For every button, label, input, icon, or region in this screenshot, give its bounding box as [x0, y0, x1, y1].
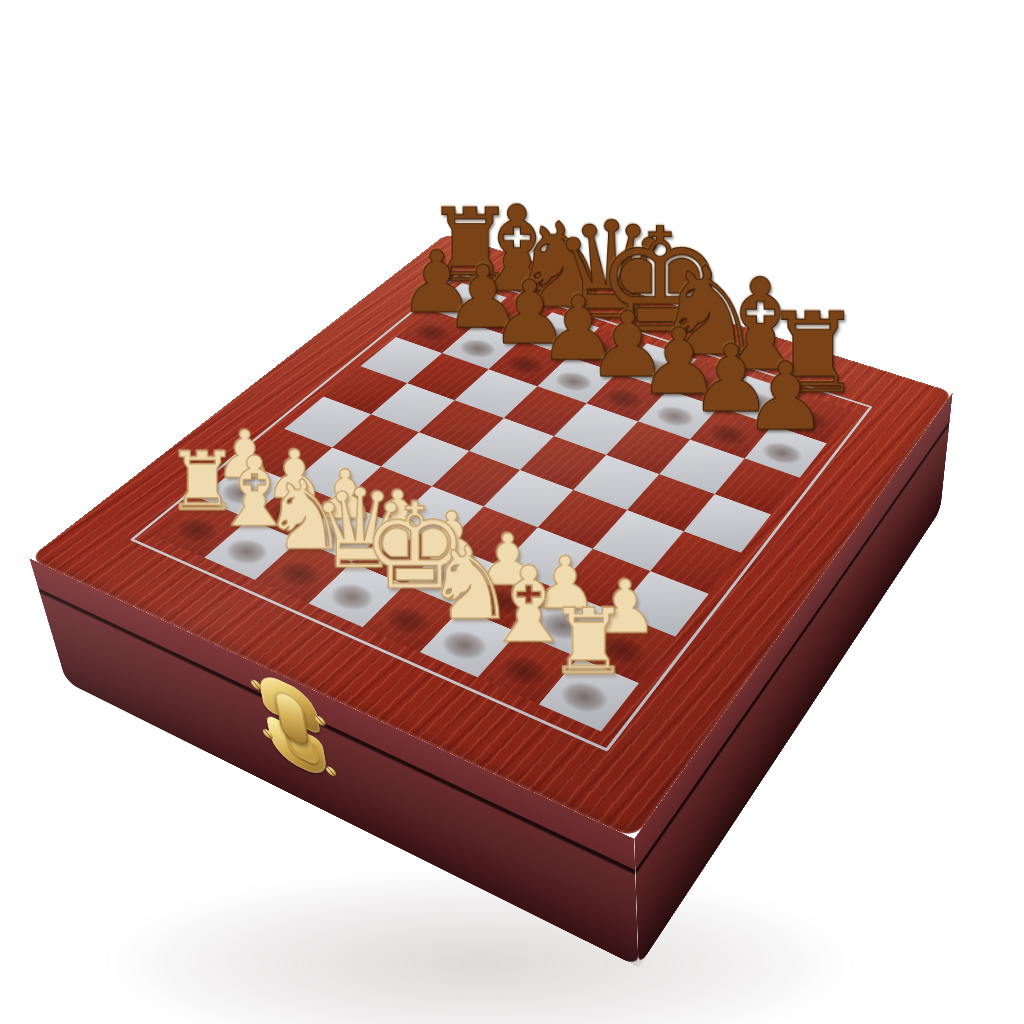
chess-box: ♜♝♞♛♚♞♝♜♟♟♟♟♟♟♟♟♟♟♟♟♟♟♟♟♜♝♞♛♚♞♝♜ — [29, 234, 952, 839]
clasp-screw — [325, 765, 336, 778]
piece-black-pawn: ♟ — [743, 350, 827, 444]
piece-white-rook: ♜ — [548, 596, 629, 687]
perspective-scene: ♜♝♞♛♚♞♝♜♟♟♟♟♟♟♟♟♟♟♟♟♟♟♟♟♜♝♞♛♚♞♝♜ — [0, 0, 1024, 1024]
box-top-face: ♜♝♞♛♚♞♝♜♟♟♟♟♟♟♟♟♟♟♟♟♟♟♟♟♜♝♞♛♚♞♝♜ — [29, 234, 952, 839]
product-scene: ♜♝♞♛♚♞♝♜♟♟♟♟♟♟♟♟♟♟♟♟♟♟♟♟♜♝♞♛♚♞♝♜ — [0, 0, 1024, 1024]
